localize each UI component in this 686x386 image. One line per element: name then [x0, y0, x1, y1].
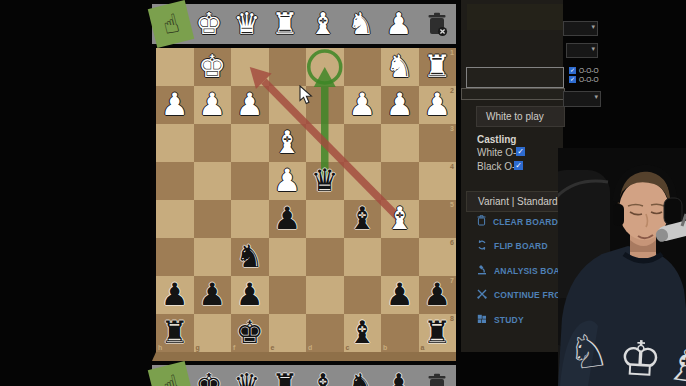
palette-white-king[interactable]: ♚ — [190, 4, 228, 44]
square-c7[interactable] — [344, 276, 382, 314]
svg-text:♔: ♔ — [617, 329, 663, 386]
stream-frame: ☝♚♛♜♝♞♟ 1234567hgfedcb8a ♚♞♜♟♟♟♟♟♟♝♟♛♟♝♝… — [0, 0, 686, 386]
square-h3[interactable] — [156, 124, 194, 162]
trash-tool-black[interactable] — [418, 365, 456, 386]
piece-white-bishop-b5[interactable]: ♝ — [381, 200, 419, 238]
file-label-e: e — [271, 344, 275, 351]
piece-black-pawn-e5[interactable]: ♟ — [269, 200, 307, 238]
mini-castle-row-1: ✓ O-O-O — [569, 67, 599, 74]
square-c4[interactable] — [344, 162, 382, 200]
piece-white-knight-b1[interactable]: ♞ — [381, 48, 419, 86]
study-icon — [477, 314, 487, 326]
white-castle-checkbox[interactable]: ✓ — [516, 147, 525, 156]
piece-black-bishop-c8[interactable]: ♝ — [344, 314, 382, 352]
chevron-down-icon: ▾ — [594, 93, 598, 101]
link-label: CLEAR BOARD — [493, 217, 558, 227]
palette-white-knight[interactable]: ♞ — [342, 4, 380, 44]
chevron-down-icon: ▾ — [591, 23, 595, 31]
palette-white: ☝♚♛♜♝♞♟ — [152, 4, 456, 44]
mini-checkbox[interactable]: ✓ — [569, 67, 576, 74]
palette-white-rook[interactable]: ♜ — [266, 4, 304, 44]
chevron-down-icon: ▾ — [591, 45, 595, 53]
side-to-play-select[interactable]: White to play — [476, 106, 565, 127]
link-flip-board[interactable]: FLIP BOARD — [477, 241, 563, 252]
square-d7[interactable] — [306, 276, 344, 314]
palette-black: ☝♚♛♜♝♞♟ — [152, 365, 456, 386]
square-e2[interactable] — [269, 86, 307, 124]
pointer-tool-black[interactable]: ☝ — [148, 361, 195, 386]
palette-black-pawn[interactable]: ♟ — [380, 365, 418, 386]
flip-icon — [477, 240, 487, 252]
trash-icon — [477, 215, 486, 228]
palette-white-pawn[interactable]: ♟ — [380, 4, 418, 44]
headphone-cup-left — [613, 204, 624, 226]
piece-white-pawn-e4[interactable]: ♟ — [269, 162, 307, 200]
piece-black-pawn-a7[interactable]: ♟ — [419, 276, 457, 314]
mini-dropdown-1[interactable]: ▾ — [563, 21, 598, 36]
mini-checkbox[interactable]: ✓ — [569, 76, 576, 83]
link-label: FLIP BOARD — [494, 241, 548, 251]
piece-black-knight-f6[interactable]: ♞ — [231, 238, 269, 276]
palette-white-bishop[interactable]: ♝ — [304, 4, 342, 44]
square-a3[interactable]: 3 — [419, 124, 457, 162]
square-a4[interactable]: 4 — [419, 162, 457, 200]
square-c3[interactable] — [344, 124, 382, 162]
rank-label-3: 3 — [450, 125, 454, 132]
square-d5[interactable] — [306, 200, 344, 238]
square-c6[interactable] — [344, 238, 382, 276]
chess-board[interactable]: 1234567hgfedcb8a ♚♞♜♟♟♟♟♟♟♝♟♛♟♝♝♞♟♟♟♟♟♜♚… — [152, 48, 456, 361]
square-f1[interactable] — [231, 48, 269, 86]
palette-black-rook[interactable]: ♜ — [266, 365, 304, 386]
piece-white-king-g1[interactable]: ♚ — [194, 48, 232, 86]
rank-label-6: 6 — [450, 239, 454, 246]
square-a6[interactable]: 6 — [419, 238, 457, 276]
piece-black-pawn-g7[interactable]: ♟ — [194, 276, 232, 314]
piece-white-pawn-a2[interactable]: ♟ — [419, 86, 457, 124]
square-e1[interactable] — [269, 48, 307, 86]
mini-dropdown-2[interactable]: ▾ — [566, 43, 598, 58]
palette-black-knight[interactable]: ♞ — [342, 365, 380, 386]
square-h6[interactable] — [156, 238, 194, 276]
analysis-icon — [477, 264, 487, 277]
square-e8[interactable]: e — [269, 314, 307, 352]
webcam-overlay: ♘ ♔ ♗ — [558, 148, 686, 386]
square-g3[interactable] — [194, 124, 232, 162]
piece-black-pawn-b7[interactable]: ♟ — [381, 276, 419, 314]
square-d2[interactable] — [306, 86, 344, 124]
sidebar-top-box — [467, 4, 563, 30]
sidebar-links: CLEAR BOARDFLIP BOARDANALYSIS BOARDCONTI… — [477, 216, 563, 339]
square-d6[interactable] — [306, 238, 344, 276]
square-f5[interactable] — [231, 200, 269, 238]
piece-black-queen-d4[interactable]: ♛ — [306, 162, 344, 200]
square-b6[interactable] — [381, 238, 419, 276]
palette-black-bishop[interactable]: ♝ — [304, 365, 342, 386]
empty-input-box[interactable] — [466, 67, 564, 88]
square-e7[interactable] — [269, 276, 307, 314]
rank-label-4: 4 — [450, 163, 454, 170]
link-analysis-board[interactable]: ANALYSIS BOARD — [477, 265, 563, 276]
mini-castle-row-2: ✓ O-O-O — [569, 76, 599, 83]
square-h5[interactable] — [156, 200, 194, 238]
square-d3[interactable] — [306, 124, 344, 162]
piece-black-pawn-h7[interactable]: ♟ — [156, 276, 194, 314]
square-h1[interactable] — [156, 48, 194, 86]
square-f4[interactable] — [231, 162, 269, 200]
variant-select[interactable]: Variant | Standard — [466, 191, 566, 212]
square-d1[interactable] — [306, 48, 344, 86]
square-g4[interactable] — [194, 162, 232, 200]
pointer-tool-white[interactable]: ☝ — [148, 0, 195, 48]
mini-castle-label: O-O-O — [579, 76, 599, 83]
square-d8[interactable]: d — [306, 314, 344, 352]
link-continue-from-h[interactable]: CONTINUE FROM H — [477, 290, 563, 301]
square-a5[interactable]: 5 — [419, 200, 457, 238]
square-g8[interactable]: g — [194, 314, 232, 352]
file-label-b: b — [383, 344, 387, 351]
piece-black-king-f8[interactable]: ♚ — [231, 314, 269, 352]
square-b3[interactable] — [381, 124, 419, 162]
headphone-cup-right — [664, 198, 682, 225]
link-clear-board[interactable]: CLEAR BOARD — [477, 216, 563, 227]
castling-title: Castling — [477, 134, 516, 145]
trash-tool-white[interactable] — [418, 4, 456, 44]
file-label-d: d — [308, 344, 312, 351]
mini-dropdown-3[interactable]: ▾ — [563, 91, 601, 107]
piece-black-rook-h8[interactable]: ♜ — [156, 314, 194, 352]
mini-castle-label: O-O-O — [579, 67, 599, 74]
streamer-person: ♘ ♔ ♗ — [558, 148, 686, 386]
partial-dropdown-box[interactable] — [461, 88, 565, 100]
piece-white-pawn-h2[interactable]: ♟ — [156, 86, 194, 124]
piece-black-pawn-f7[interactable]: ♟ — [231, 276, 269, 314]
piece-white-pawn-b2[interactable]: ♟ — [381, 86, 419, 124]
square-b8[interactable]: b — [381, 314, 419, 352]
square-f3[interactable] — [231, 124, 269, 162]
piece-white-pawn-g2[interactable]: ♟ — [194, 86, 232, 124]
rank-label-5: 5 — [450, 201, 454, 208]
palette-black-king[interactable]: ♚ — [190, 365, 228, 386]
palette-white-queen[interactable]: ♛ — [228, 4, 266, 44]
piece-white-bishop-e3[interactable]: ♝ — [269, 124, 307, 162]
palette-black-queen[interactable]: ♛ — [228, 365, 266, 386]
square-g5[interactable] — [194, 200, 232, 238]
link-label: STUDY — [494, 315, 524, 325]
link-study[interactable]: STUDY — [477, 314, 563, 325]
svg-text:♘: ♘ — [564, 322, 612, 381]
piece-white-pawn-f2[interactable]: ♟ — [231, 86, 269, 124]
continue-icon — [477, 289, 487, 301]
black-castle-checkbox[interactable]: ✓ — [514, 161, 523, 170]
piece-white-rook-a1[interactable]: ♜ — [419, 48, 457, 86]
piece-black-bishop-c5[interactable]: ♝ — [344, 200, 382, 238]
file-label-g: g — [196, 344, 200, 351]
square-c1[interactable] — [344, 48, 382, 86]
square-e6[interactable] — [269, 238, 307, 276]
square-g6[interactable] — [194, 238, 232, 276]
square-h4[interactable] — [156, 162, 194, 200]
square-b4[interactable] — [381, 162, 419, 200]
piece-black-rook-a8[interactable]: ♜ — [419, 314, 457, 352]
piece-white-pawn-c2[interactable]: ♟ — [344, 86, 382, 124]
